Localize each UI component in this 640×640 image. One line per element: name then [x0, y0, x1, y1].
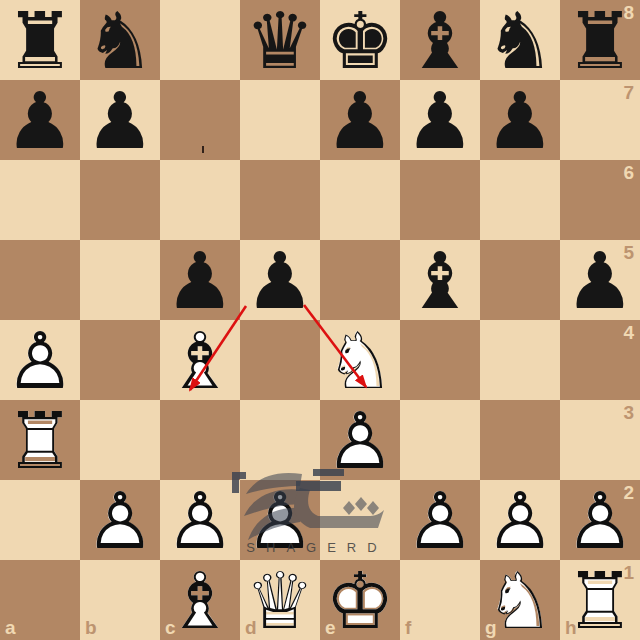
- piece-white-bishop[interactable]: ♝♗: [160, 320, 240, 400]
- square-d1[interactable]: d♛♕: [240, 560, 320, 640]
- square-h2[interactable]: 2♟♙: [560, 480, 640, 560]
- piece-glyph-fill: ♟: [325, 81, 395, 161]
- square-a3[interactable]: ♜♖: [0, 400, 80, 480]
- piece-glyph-outline: ♙: [565, 481, 635, 561]
- square-d4[interactable]: [240, 320, 320, 400]
- piece-glyph-outline: ♙: [405, 481, 475, 561]
- square-g7[interactable]: ♟: [480, 80, 560, 160]
- piece-black-knight[interactable]: ♞: [80, 0, 160, 80]
- piece-black-king[interactable]: ♚: [320, 0, 400, 80]
- square-e2[interactable]: [320, 480, 400, 560]
- square-b7[interactable]: ♟: [80, 80, 160, 160]
- rank-label-3: 3: [623, 402, 634, 424]
- piece-white-pawn[interactable]: ♟♙: [80, 480, 160, 560]
- square-c4[interactable]: ♝♗: [160, 320, 240, 400]
- piece-black-pawn[interactable]: ♟: [0, 80, 80, 160]
- piece-glyph-outline: ♘: [325, 321, 395, 401]
- square-h3[interactable]: 3: [560, 400, 640, 480]
- piece-glyph-outline: ♙: [85, 481, 155, 561]
- square-c2[interactable]: ♟♙: [160, 480, 240, 560]
- piece-black-knight[interactable]: ♞: [480, 0, 560, 80]
- piece-black-pawn[interactable]: ♟: [160, 240, 240, 320]
- square-g2[interactable]: ♟♙: [480, 480, 560, 560]
- piece-black-pawn[interactable]: ♟: [80, 80, 160, 160]
- piece-black-bishop[interactable]: ♝: [400, 240, 480, 320]
- piece-black-pawn[interactable]: ♟: [320, 80, 400, 160]
- piece-white-king[interactable]: ♚♔: [320, 560, 400, 640]
- piece-glyph-fill: ♟: [405, 81, 475, 161]
- piece-black-queen[interactable]: ♛: [240, 0, 320, 80]
- piece-white-rook[interactable]: ♜♖: [560, 560, 640, 640]
- square-b3[interactable]: [80, 400, 160, 480]
- square-a1[interactable]: a: [0, 560, 80, 640]
- piece-white-pawn[interactable]: ♟♙: [240, 480, 320, 560]
- square-c8[interactable]: [160, 0, 240, 80]
- square-d8[interactable]: ♛: [240, 0, 320, 80]
- piece-glyph-outline: ♙: [485, 481, 555, 561]
- piece-glyph-outline: ♗: [165, 321, 235, 401]
- square-b6[interactable]: [80, 160, 160, 240]
- file-label-f: f: [405, 617, 411, 639]
- piece-glyph-fill: ♞: [485, 1, 555, 81]
- square-d5[interactable]: ♟: [240, 240, 320, 320]
- square-b8[interactable]: ♞: [80, 0, 160, 80]
- piece-glyph-fill: ♟: [165, 241, 235, 321]
- piece-glyph-fill: ♝: [405, 1, 475, 81]
- square-c6[interactable]: [160, 160, 240, 240]
- square-a8[interactable]: ♜: [0, 0, 80, 80]
- piece-glyph-fill: ♝: [405, 241, 475, 321]
- piece-white-knight[interactable]: ♞♘: [320, 320, 400, 400]
- rank-label-6: 6: [623, 162, 634, 184]
- square-h7[interactable]: 7: [560, 80, 640, 160]
- piece-white-pawn[interactable]: ♟♙: [480, 480, 560, 560]
- square-f8[interactable]: ♝: [400, 0, 480, 80]
- piece-white-pawn[interactable]: ♟♙: [400, 480, 480, 560]
- piece-black-rook[interactable]: ♜: [0, 0, 80, 80]
- square-b2[interactable]: ♟♙: [80, 480, 160, 560]
- file-label-b: b: [85, 617, 97, 639]
- square-d3[interactable]: [240, 400, 320, 480]
- square-f7[interactable]: ♟: [400, 80, 480, 160]
- square-b5[interactable]: [80, 240, 160, 320]
- piece-black-pawn[interactable]: ♟: [480, 80, 560, 160]
- square-d6[interactable]: [240, 160, 320, 240]
- square-a5[interactable]: [0, 240, 80, 320]
- piece-black-pawn[interactable]: ♟: [560, 240, 640, 320]
- piece-white-pawn[interactable]: ♟♙: [160, 480, 240, 560]
- square-h4[interactable]: 4: [560, 320, 640, 400]
- file-label-a: a: [5, 617, 16, 639]
- square-c5[interactable]: ♟: [160, 240, 240, 320]
- piece-glyph-fill: ♟: [565, 241, 635, 321]
- square-c7[interactable]: [160, 80, 240, 160]
- piece-glyph-fill: ♜: [5, 1, 75, 81]
- square-f1[interactable]: f: [400, 560, 480, 640]
- square-d2[interactable]: ♟♙: [240, 480, 320, 560]
- piece-white-knight[interactable]: ♞♘: [480, 560, 560, 640]
- piece-black-pawn[interactable]: ♟: [400, 80, 480, 160]
- square-f4[interactable]: [400, 320, 480, 400]
- square-h8[interactable]: 8♜: [560, 0, 640, 80]
- piece-glyph-fill: ♟: [85, 81, 155, 161]
- chess-app: ♜♞♛♚♝♞8♜♟♟♟♟♟76♟♟♝5♟♟♙♝♗♞♘4♜♖♟♙3♟♙♟♙♟♙♟♙…: [0, 0, 640, 640]
- square-e3[interactable]: ♟♙: [320, 400, 400, 480]
- piece-glyph-fill: ♟: [5, 81, 75, 161]
- piece-white-pawn[interactable]: ♟♙: [560, 480, 640, 560]
- square-h1[interactable]: 1h♜♖: [560, 560, 640, 640]
- square-e7[interactable]: ♟: [320, 80, 400, 160]
- square-g1[interactable]: g♞♘: [480, 560, 560, 640]
- chess-board: ♜♞♛♚♝♞8♜♟♟♟♟♟76♟♟♝5♟♟♙♝♗♞♘4♜♖♟♙3♟♙♟♙♟♙♟♙…: [0, 0, 640, 640]
- piece-glyph-outline: ♘: [485, 561, 555, 640]
- piece-black-rook[interactable]: ♜: [560, 0, 640, 80]
- square-e1[interactable]: e♚♔: [320, 560, 400, 640]
- square-g5[interactable]: [480, 240, 560, 320]
- piece-black-bishop[interactable]: ♝: [400, 0, 480, 80]
- piece-glyph-outline: ♖: [565, 561, 635, 640]
- square-b4[interactable]: [80, 320, 160, 400]
- square-c3[interactable]: [160, 400, 240, 480]
- square-b1[interactable]: b: [80, 560, 160, 640]
- piece-glyph-outline: ♗: [165, 561, 235, 640]
- piece-glyph-fill: ♟: [245, 241, 315, 321]
- piece-black-pawn[interactable]: ♟: [240, 240, 320, 320]
- square-e4[interactable]: ♞♘: [320, 320, 400, 400]
- piece-glyph-fill: ♞: [85, 1, 155, 81]
- square-e6[interactable]: [320, 160, 400, 240]
- square-h5[interactable]: 5♟: [560, 240, 640, 320]
- square-e8[interactable]: ♚: [320, 0, 400, 80]
- piece-white-queen[interactable]: ♛♕: [240, 560, 320, 640]
- square-g6[interactable]: [480, 160, 560, 240]
- piece-glyph-fill: ♜: [565, 1, 635, 81]
- square-f3[interactable]: [400, 400, 480, 480]
- piece-glyph-outline: ♙: [245, 481, 315, 561]
- piece-glyph-outline: ♔: [325, 561, 395, 640]
- square-h6[interactable]: 6: [560, 160, 640, 240]
- square-e5[interactable]: [320, 240, 400, 320]
- piece-glyph-outline: ♙: [5, 321, 75, 401]
- piece-glyph-outline: ♖: [5, 401, 75, 481]
- square-a7[interactable]: ♟: [0, 80, 80, 160]
- piece-glyph-outline: ♙: [325, 401, 395, 481]
- square-d7[interactable]: [240, 80, 320, 160]
- square-f6[interactable]: [400, 160, 480, 240]
- piece-white-pawn[interactable]: ♟♙: [0, 320, 80, 400]
- piece-white-pawn[interactable]: ♟♙: [320, 400, 400, 480]
- square-f5[interactable]: ♝: [400, 240, 480, 320]
- piece-glyph-outline: ♙: [165, 481, 235, 561]
- piece-glyph-fill: ♚: [325, 1, 395, 81]
- square-g3[interactable]: [480, 400, 560, 480]
- square-g8[interactable]: ♞: [480, 0, 560, 80]
- square-g4[interactable]: [480, 320, 560, 400]
- square-a4[interactable]: ♟♙: [0, 320, 80, 400]
- piece-glyph-fill: ♛: [245, 1, 315, 81]
- square-c1[interactable]: c♝♗: [160, 560, 240, 640]
- square-a2[interactable]: [0, 480, 80, 560]
- square-a6[interactable]: [0, 160, 80, 240]
- piece-white-bishop[interactable]: ♝♗: [160, 560, 240, 640]
- piece-white-rook[interactable]: ♜♖: [0, 400, 80, 480]
- piece-glyph-outline: ♕: [245, 561, 315, 640]
- piece-glyph-fill: ♟: [485, 81, 555, 161]
- square-f2[interactable]: ♟♙: [400, 480, 480, 560]
